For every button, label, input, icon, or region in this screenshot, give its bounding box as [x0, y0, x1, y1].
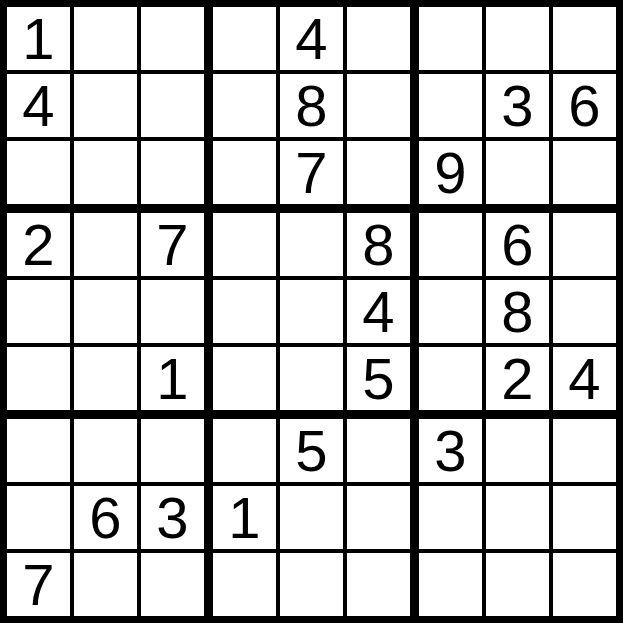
cell-r9c5[interactable] [280, 553, 343, 616]
cell-r5c7[interactable] [419, 280, 482, 343]
cell-r2c7[interactable] [419, 74, 482, 137]
cell-r8c9[interactable] [553, 486, 616, 549]
cell-r5c5[interactable] [280, 280, 343, 343]
cell-r8c3[interactable]: 3 [141, 486, 204, 549]
cell-r3c8[interactable] [486, 141, 549, 204]
cell-r5c1[interactable] [7, 280, 70, 343]
cell-r8c7[interactable] [419, 486, 482, 549]
cell-r3c9[interactable] [553, 141, 616, 204]
cell-r2c6[interactable] [347, 74, 410, 137]
box-r1c1: 14 [7, 7, 204, 204]
cell-r6c3[interactable]: 1 [141, 347, 204, 410]
cell-r4c4[interactable] [213, 213, 276, 276]
cell-r4c7[interactable] [419, 213, 482, 276]
box-r2c3: 6824 [419, 213, 616, 410]
cell-r8c2[interactable]: 6 [74, 486, 137, 549]
cell-r3c2[interactable] [74, 141, 137, 204]
cell-r1c7[interactable] [419, 7, 482, 70]
cell-r6c1[interactable] [7, 347, 70, 410]
cell-r1c2[interactable] [74, 7, 137, 70]
cell-r5c6[interactable]: 4 [347, 280, 410, 343]
cell-r8c1[interactable] [7, 486, 70, 549]
cell-r3c3[interactable] [141, 141, 204, 204]
cell-r5c3[interactable] [141, 280, 204, 343]
cell-r3c1[interactable] [7, 141, 70, 204]
cell-r2c4[interactable] [213, 74, 276, 137]
cell-r2c2[interactable] [74, 74, 137, 137]
cell-r3c6[interactable] [347, 141, 410, 204]
cell-r3c7[interactable]: 9 [419, 141, 482, 204]
cell-r7c4[interactable] [213, 419, 276, 482]
cell-r1c9[interactable] [553, 7, 616, 70]
cell-r2c5[interactable]: 8 [280, 74, 343, 137]
cell-r9c1[interactable]: 7 [7, 553, 70, 616]
cell-r5c8[interactable]: 8 [486, 280, 549, 343]
cell-r9c4[interactable] [213, 553, 276, 616]
cell-r3c4[interactable] [213, 141, 276, 204]
cell-r9c2[interactable] [74, 553, 137, 616]
cell-r7c6[interactable] [347, 419, 410, 482]
cell-r6c8[interactable]: 2 [486, 347, 549, 410]
box-r1c3: 369 [419, 7, 616, 204]
cell-r8c4[interactable]: 1 [213, 486, 276, 549]
cell-r6c9[interactable]: 4 [553, 347, 616, 410]
cell-r6c6[interactable]: 5 [347, 347, 410, 410]
cell-r6c2[interactable] [74, 347, 137, 410]
cell-r2c9[interactable]: 6 [553, 74, 616, 137]
cell-r2c8[interactable]: 3 [486, 74, 549, 137]
cell-r6c5[interactable] [280, 347, 343, 410]
box-r1c2: 487 [213, 7, 410, 204]
cell-r5c2[interactable] [74, 280, 137, 343]
sudoku-board: 144873692718456824637513 [0, 0, 623, 623]
cell-r1c5[interactable]: 4 [280, 7, 343, 70]
cell-r4c2[interactable] [74, 213, 137, 276]
cell-r7c2[interactable] [74, 419, 137, 482]
cell-r5c9[interactable] [553, 280, 616, 343]
cell-r3c5[interactable]: 7 [280, 141, 343, 204]
cell-r1c6[interactable] [347, 7, 410, 70]
cell-r9c6[interactable] [347, 553, 410, 616]
cell-r8c5[interactable] [280, 486, 343, 549]
cell-r2c3[interactable] [141, 74, 204, 137]
box-r3c1: 637 [7, 419, 204, 616]
cell-r4c6[interactable]: 8 [347, 213, 410, 276]
cell-r1c3[interactable] [141, 7, 204, 70]
cell-r9c7[interactable] [419, 553, 482, 616]
cell-r7c8[interactable] [486, 419, 549, 482]
cell-r4c8[interactable]: 6 [486, 213, 549, 276]
cell-r6c4[interactable] [213, 347, 276, 410]
cell-r7c9[interactable] [553, 419, 616, 482]
cell-r1c4[interactable] [213, 7, 276, 70]
cell-r9c3[interactable] [141, 553, 204, 616]
cell-r4c3[interactable]: 7 [141, 213, 204, 276]
cell-r8c6[interactable] [347, 486, 410, 549]
cell-r1c1[interactable]: 1 [7, 7, 70, 70]
cell-r7c1[interactable] [7, 419, 70, 482]
cell-r7c5[interactable]: 5 [280, 419, 343, 482]
cell-r4c5[interactable] [280, 213, 343, 276]
cell-r9c9[interactable] [553, 553, 616, 616]
cell-r5c4[interactable] [213, 280, 276, 343]
cell-r8c8[interactable] [486, 486, 549, 549]
box-r2c2: 845 [213, 213, 410, 410]
cell-r9c8[interactable] [486, 553, 549, 616]
cell-r1c8[interactable] [486, 7, 549, 70]
cell-r2c1[interactable]: 4 [7, 74, 70, 137]
cell-r6c7[interactable] [419, 347, 482, 410]
cell-r4c9[interactable] [553, 213, 616, 276]
box-r2c1: 271 [7, 213, 204, 410]
box-r3c2: 51 [213, 419, 410, 616]
cell-r7c7[interactable]: 3 [419, 419, 482, 482]
cell-r7c3[interactable] [141, 419, 204, 482]
box-r3c3: 3 [419, 419, 616, 616]
cell-r4c1[interactable]: 2 [7, 213, 70, 276]
